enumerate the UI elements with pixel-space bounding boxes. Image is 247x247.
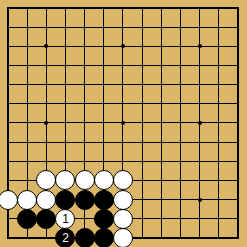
white-stone[interactable] xyxy=(75,170,95,190)
grid-line-horizontal xyxy=(7,142,239,143)
black-stone[interactable] xyxy=(17,209,37,229)
black-stone[interactable] xyxy=(36,209,56,229)
black-stone[interactable] xyxy=(75,190,95,210)
black-stone[interactable] xyxy=(94,209,114,229)
star-point xyxy=(44,44,48,48)
white-stone[interactable] xyxy=(36,170,56,190)
star-point xyxy=(121,121,125,125)
star-point xyxy=(121,44,125,48)
grid-line-vertical xyxy=(142,7,143,239)
black-stone[interactable] xyxy=(94,190,114,210)
grid-line-vertical xyxy=(218,7,219,239)
grid-line-vertical xyxy=(237,7,239,239)
white-stone[interactable] xyxy=(55,170,75,190)
move-number-label: 2 xyxy=(62,232,69,244)
move-number-label: 1 xyxy=(62,213,69,225)
white-stone[interactable] xyxy=(113,228,133,247)
white-stone[interactable] xyxy=(113,170,133,190)
star-point xyxy=(198,198,202,202)
star-point xyxy=(44,121,48,125)
star-point xyxy=(198,44,202,48)
black-stone[interactable] xyxy=(94,228,114,247)
grid-line-vertical xyxy=(161,7,162,239)
grid-line-horizontal xyxy=(7,161,239,162)
white-stone[interactable]: 1 xyxy=(55,209,75,229)
star-point xyxy=(198,121,202,125)
white-stone[interactable] xyxy=(36,190,56,210)
white-stone[interactable] xyxy=(94,170,114,190)
white-stone[interactable] xyxy=(113,190,133,210)
grid-line-vertical xyxy=(180,7,181,239)
white-stone[interactable] xyxy=(113,209,133,229)
black-stone[interactable] xyxy=(75,228,95,247)
black-stone[interactable] xyxy=(55,190,75,210)
go-board[interactable]: 12 xyxy=(0,0,247,247)
black-stone[interactable]: 2 xyxy=(55,228,75,247)
white-stone[interactable] xyxy=(17,190,37,210)
white-stone[interactable] xyxy=(0,190,18,210)
